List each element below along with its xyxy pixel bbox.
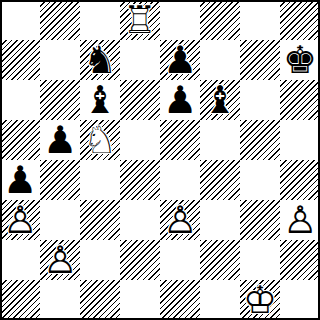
- black-pawn: ♟: [0, 160, 40, 200]
- black-king: ♚: [280, 40, 320, 80]
- square-a2[interactable]: [0, 240, 40, 280]
- chess-board-diagram: ♜♖♞♟♚♝♟♝♟♞♘♟♟♙♟♙♟♙♟♙♚♔: [0, 0, 320, 320]
- square-g1[interactable]: ♚♔: [240, 280, 280, 320]
- white-rook: ♜♖: [120, 0, 160, 40]
- square-d8[interactable]: ♜♖: [120, 0, 160, 40]
- square-b5[interactable]: ♟: [40, 120, 80, 160]
- square-b2[interactable]: ♟♙: [40, 240, 80, 280]
- square-f2[interactable]: [200, 240, 240, 280]
- square-g2[interactable]: [240, 240, 280, 280]
- square-a1[interactable]: [0, 280, 40, 320]
- square-d7[interactable]: [120, 40, 160, 80]
- square-a7[interactable]: [0, 40, 40, 80]
- square-f7[interactable]: [200, 40, 240, 80]
- square-d3[interactable]: [120, 200, 160, 240]
- square-g7[interactable]: [240, 40, 280, 80]
- square-f4[interactable]: [200, 160, 240, 200]
- square-e6[interactable]: ♟: [160, 80, 200, 120]
- square-c1[interactable]: [80, 280, 120, 320]
- square-h7[interactable]: ♚: [280, 40, 320, 80]
- square-e3[interactable]: ♟♙: [160, 200, 200, 240]
- square-c2[interactable]: [80, 240, 120, 280]
- square-f8[interactable]: [200, 0, 240, 40]
- square-b4[interactable]: [40, 160, 80, 200]
- square-c7[interactable]: ♞: [80, 40, 120, 80]
- square-e7[interactable]: ♟: [160, 40, 200, 80]
- square-c4[interactable]: [80, 160, 120, 200]
- chess-board: ♜♖♞♟♚♝♟♝♟♞♘♟♟♙♟♙♟♙♟♙♚♔: [0, 0, 320, 320]
- black-knight: ♞: [80, 40, 120, 80]
- black-pawn: ♟: [160, 40, 200, 80]
- square-g6[interactable]: [240, 80, 280, 120]
- square-h4[interactable]: [280, 160, 320, 200]
- white-pawn: ♟♙: [160, 200, 200, 240]
- square-h3[interactable]: ♟♙: [280, 200, 320, 240]
- square-d2[interactable]: [120, 240, 160, 280]
- square-e2[interactable]: [160, 240, 200, 280]
- black-bishop: ♝: [200, 80, 240, 120]
- square-h5[interactable]: [280, 120, 320, 160]
- square-e4[interactable]: [160, 160, 200, 200]
- white-pawn: ♟♙: [280, 200, 320, 240]
- square-b7[interactable]: [40, 40, 80, 80]
- white-pawn: ♟♙: [40, 240, 80, 280]
- white-knight: ♞♘: [80, 120, 120, 160]
- square-g8[interactable]: [240, 0, 280, 40]
- black-bishop: ♝: [80, 80, 120, 120]
- square-h2[interactable]: [280, 240, 320, 280]
- square-c6[interactable]: ♝: [80, 80, 120, 120]
- square-f5[interactable]: [200, 120, 240, 160]
- square-b6[interactable]: [40, 80, 80, 120]
- square-b3[interactable]: [40, 200, 80, 240]
- square-f3[interactable]: [200, 200, 240, 240]
- black-pawn: ♟: [40, 120, 80, 160]
- square-e1[interactable]: [160, 280, 200, 320]
- square-h8[interactable]: [280, 0, 320, 40]
- white-pawn: ♟♙: [0, 200, 40, 240]
- black-pawn: ♟: [160, 80, 200, 120]
- square-h1[interactable]: [280, 280, 320, 320]
- square-g3[interactable]: [240, 200, 280, 240]
- square-e5[interactable]: [160, 120, 200, 160]
- square-c3[interactable]: [80, 200, 120, 240]
- square-a5[interactable]: [0, 120, 40, 160]
- square-a3[interactable]: ♟♙: [0, 200, 40, 240]
- square-c5[interactable]: ♞♘: [80, 120, 120, 160]
- square-c8[interactable]: [80, 0, 120, 40]
- square-b8[interactable]: [40, 0, 80, 40]
- square-g5[interactable]: [240, 120, 280, 160]
- square-f1[interactable]: [200, 280, 240, 320]
- white-king: ♚♔: [240, 280, 280, 320]
- square-f6[interactable]: ♝: [200, 80, 240, 120]
- square-d1[interactable]: [120, 280, 160, 320]
- square-g4[interactable]: [240, 160, 280, 200]
- square-h6[interactable]: [280, 80, 320, 120]
- square-d4[interactable]: [120, 160, 160, 200]
- square-d5[interactable]: [120, 120, 160, 160]
- square-d6[interactable]: [120, 80, 160, 120]
- square-a4[interactable]: ♟: [0, 160, 40, 200]
- square-e8[interactable]: [160, 0, 200, 40]
- square-b1[interactable]: [40, 280, 80, 320]
- square-a6[interactable]: [0, 80, 40, 120]
- square-a8[interactable]: [0, 0, 40, 40]
